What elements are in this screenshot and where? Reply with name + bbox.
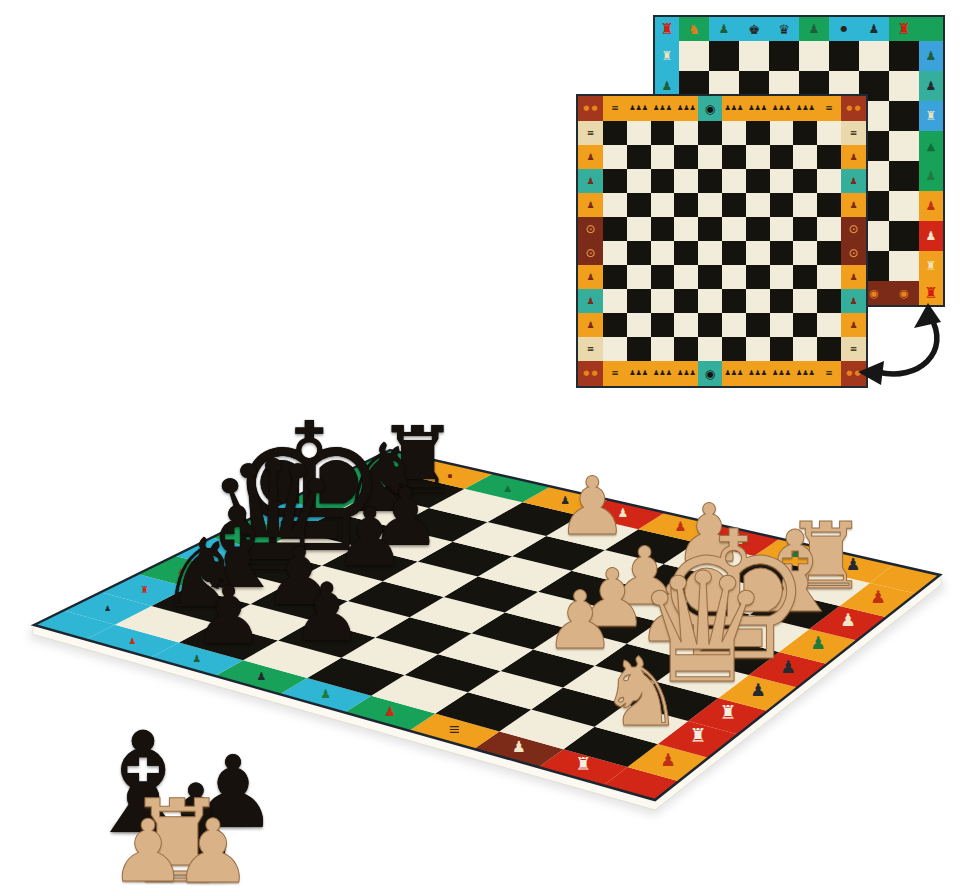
border-tile: ♟♟♟ [746,96,770,121]
fig-green-icon: ♟ [926,170,937,182]
fig-dark-icon: ♟ [104,604,111,613]
queen-icon: ♛ [778,23,790,36]
border-tile: ♟ [799,17,829,41]
dolls-icon: ♟♟♟ [748,105,767,112]
archer-icon: ♟ [809,23,820,35]
board-square [746,121,770,145]
dolls-icon: ♟♟♟ [796,370,815,377]
rider-icon: ♞ [688,23,700,36]
border-tile: ▲ [919,131,943,161]
spoon-icon: ⊙ [585,223,595,235]
label-icon: ≡ [611,104,619,113]
black-pawn-glyph: ♟ [193,578,265,652]
board-square [698,193,722,217]
doll-icon: ♟ [586,297,594,306]
board-square [746,145,770,169]
board-square [722,193,746,217]
border-tile: ♜ [919,101,943,131]
board-square [817,121,841,145]
eye-icon: ◉ [705,103,715,115]
board-square [770,121,794,145]
board-square [746,241,770,265]
board-square [674,121,698,145]
board-square [817,289,841,313]
board-square [603,313,627,337]
border-tile: ♞ [679,17,709,41]
spoon-icon: ⊙ [848,223,858,235]
board-square [722,145,746,169]
fig-red-icon: ♟ [870,587,886,607]
board-square [603,265,627,289]
wood-pawn-glyph: ♟ [174,812,253,890]
fig-dark-icon: ♟ [256,670,266,683]
border-tile: ≡ [817,361,841,386]
board-square [674,265,698,289]
board-square [746,313,770,337]
board-square [817,337,841,361]
black-pawn-e7[interactable]: ♟ [334,500,406,574]
board-square [817,241,841,265]
board-square [889,221,919,251]
board-square [698,337,722,361]
board-square [698,241,722,265]
board-square [746,337,770,361]
tower-icon: ♜ [926,110,937,122]
doll-icon: ♟ [849,177,857,186]
board-square [817,217,841,241]
black-pawn-glyph: ♟ [291,576,363,650]
board-square [770,193,794,217]
dolls-icon: ♟♟♟ [629,370,648,377]
border-tile: ♟♟♟ [793,96,817,121]
board-square [746,265,770,289]
board-square [829,41,859,71]
border-tile: ♟♟♟ [627,361,651,386]
border-tile: ⊙ [841,241,866,265]
border-tile: ♟ [841,265,866,289]
border-tile: ♛ [769,17,799,41]
border-tile: ♜ [655,17,679,41]
board-square [603,241,627,265]
product-photo: ♟♜♜♟♟♟♟♟♜♟♟♟≡♟♟♟♟♟♟♟♟▲♟▪♟♜♟♞♟♟♟♟ ♞♝♛♚♞♜♟… [0,0,960,890]
castle-icon: ♜ [897,22,910,37]
dolls-icon: ♟♟♟ [748,370,767,377]
border-tile: ♟♟♟ [722,96,746,121]
castle-icon: ♜ [140,584,149,595]
board-square [651,313,675,337]
board-square [889,251,919,281]
wood-pawn-tray[interactable]: ♟ [174,812,253,890]
dolls-icon: ♟♟♟ [796,105,815,112]
dolls-icon: ♟♟♟ [629,105,648,112]
board-square [889,41,919,71]
doll-icon: ♟ [586,177,594,186]
label-icon: ≡ [850,129,858,138]
border-tile: ♟ [919,41,943,71]
board-square [793,121,817,145]
border-tile: ≡ [841,121,866,145]
tower-icon: ♜ [662,50,673,62]
board-square [722,313,746,337]
eye-icon: ◉ [705,368,715,380]
board-square [603,289,627,313]
wood-knight-b1[interactable]: ♞ [599,649,684,736]
fig-dark-icon: ♟ [926,80,937,92]
board-square [793,241,817,265]
board-square [651,169,675,193]
doll-icon: ♟ [586,273,594,282]
border-tile: ≡ [603,96,627,121]
board-square [627,121,651,145]
border-tile: ♟♟♟ [770,96,794,121]
board-square [793,289,817,313]
fig-cream-icon: ♟ [512,738,526,756]
archer-icon: ♟ [926,50,937,62]
border-tile: ♚ [739,17,769,41]
board-square [859,41,889,71]
board-square [674,289,698,313]
board-square [793,193,817,217]
black-pawn-b6[interactable]: ♟ [291,576,363,650]
board-square [627,241,651,265]
board-square [889,71,919,101]
border-tile: ♜ [655,41,679,71]
board-square [889,101,919,131]
border-tile: ♟ [841,145,866,169]
board-square [770,289,794,313]
border-tile: ♜ [919,251,943,281]
border-tile: ♟♟♟ [793,361,817,386]
board-square [722,265,746,289]
border-tile: ♟♟♟ [674,361,698,386]
board-square [817,265,841,289]
ladder-icon: ≡ [448,721,460,737]
board-square [793,169,817,193]
dolls-icon: ♟♟♟ [724,370,743,377]
border-tile: ♟ [578,313,603,337]
border-tile: ≡ [578,121,603,145]
board-square [770,169,794,193]
dolls-icon: ♟♟♟ [772,370,791,377]
board-square [793,313,817,337]
board-square [770,337,794,361]
board-square [674,169,698,193]
board-square [722,289,746,313]
doll-icon: ♟ [849,153,857,162]
board-square [603,145,627,169]
board-square [627,217,651,241]
fig-green-icon: ♟ [320,687,331,701]
doll-icon: ♟ [586,153,594,162]
board-square [746,289,770,313]
border-tile: ♟ [578,265,603,289]
dots-icon: ● ● [846,105,860,112]
fig-red-icon: ♟ [384,704,396,719]
board-square [817,169,841,193]
board-square [627,337,651,361]
border-tile: ≡ [817,96,841,121]
board-square [770,265,794,289]
border-tile: ♟ [578,169,603,193]
board-square [799,41,829,71]
label-icon: ≡ [611,369,619,378]
board-square [698,121,722,145]
board-square [793,217,817,241]
border-tile: ⊙ [841,217,866,241]
border-tile: ♟♟♟ [651,361,675,386]
board-square [722,217,746,241]
board-square [769,41,799,71]
board-square [889,191,919,221]
dolls-icon: ♟♟♟ [677,105,696,112]
board-square [651,265,675,289]
spoon-icon: ⊙ [585,247,595,259]
tree-icon: ▲ [504,483,511,493]
board-square [770,145,794,169]
wood-knight-glyph: ♞ [599,649,684,736]
board-square [603,169,627,193]
board-square [674,313,698,337]
board-square [793,265,817,289]
bee-icon: ● [841,25,848,33]
board-square [698,265,722,289]
board-square [793,337,817,361]
board-square [651,217,675,241]
archer-icon: ♟ [719,23,730,35]
doll-icon: ♟ [586,321,594,330]
border-tile: ● [829,17,859,41]
fig-red-icon: ♟ [129,636,137,646]
castle-icon: ♜ [660,22,673,37]
board-square [817,193,841,217]
border-tile: ♟ [919,221,943,251]
castle-white-icon: ♜ [575,753,591,774]
board-square [603,121,627,145]
board-square [746,169,770,193]
board-square [651,193,675,217]
border-tile: ♟♟♟ [674,96,698,121]
board-square [889,161,919,191]
border-tile: ⊙ [578,241,603,265]
board-square [817,145,841,169]
border-tile: ♟ [841,169,866,193]
label-icon: ≡ [825,104,833,113]
king-icon: ♚ [748,23,760,36]
board-square [603,337,627,361]
dolls-icon: ♟♟♟ [677,370,696,377]
board-square [674,217,698,241]
border-tile: ♟♟♟ [746,361,770,386]
board-square [627,313,651,337]
board-square [651,337,675,361]
board-square [651,145,675,169]
board-square [698,145,722,169]
border-tile: ♟ [919,71,943,101]
fig-red-icon: ♟ [926,200,937,212]
border-tile: ♟♟♟ [627,96,651,121]
board-square [817,313,841,337]
dots-icon: ● ● [583,105,597,112]
border-tile: ● ● [578,361,603,386]
board-square [889,131,919,161]
board-square [674,145,698,169]
board-square [722,337,746,361]
board-square [770,217,794,241]
doll-icon: ♟ [849,201,857,210]
border-tile: ♟ [919,191,943,221]
border-tile: ♟♟♟ [722,361,746,386]
border-tile [919,17,943,41]
border-tile: ● ● [841,96,866,121]
board-square [627,193,651,217]
castle-white-icon: ♜ [690,724,707,746]
dolls-icon: ♟♟♟ [653,370,672,377]
board-square [793,145,817,169]
board-square [651,289,675,313]
board-square [698,169,722,193]
board-square [603,217,627,241]
border-tile: ♟ [859,17,889,41]
dolls-icon: ♟♟♟ [772,105,791,112]
board-square [746,193,770,217]
board-square [770,241,794,265]
board-square [603,193,627,217]
fig-dark-icon: ♟ [869,23,880,35]
label-icon: ≡ [587,345,595,354]
dolls-icon: ♟♟♟ [653,105,672,112]
flip-arrow-icon [840,290,960,395]
border-tile: ♟ [709,17,739,41]
dolls-icon: ♟♟♟ [724,105,743,112]
border-tile: ♟ [578,193,603,217]
board-square [674,241,698,265]
black-pawn-glyph: ♟ [334,500,406,574]
board-square [698,313,722,337]
label-icon: ≡ [587,129,595,138]
black-pawn-a7[interactable]: ♟ [193,578,265,652]
board-square [722,241,746,265]
border-tile: ◉ [698,361,722,386]
border-tile: ● ● [578,96,603,121]
border-tile: ⊙ [578,217,603,241]
border-tile: ♟ [578,289,603,313]
border-tile: ♜ [889,17,919,41]
dots-icon: ● ● [583,370,597,377]
board-square [651,241,675,265]
flat-board-draughts-side: ● ●≡♟♟♟♟♟♟♟♟♟◉♟♟♟♟♟♟♟♟♟♟♟♟≡● ●≡≡♟♟♟♟♟♟⊙⊙… [578,96,866,386]
border-tile: ♟ [919,161,943,191]
board-square [698,289,722,313]
board-square [746,217,770,241]
border-tile: ≡ [578,337,603,361]
board-square [679,41,709,71]
fig-cream-icon: ♟ [926,230,937,242]
board-square [627,145,651,169]
spoon-icon: ⊙ [848,247,858,259]
border-tile: ≡ [603,361,627,386]
archer-icon: ♟ [662,80,673,92]
board-square [627,265,651,289]
border-tile: ♟♟♟ [651,96,675,121]
border-tile: ♟ [578,145,603,169]
board-square [722,121,746,145]
tower-icon: ♜ [926,260,937,272]
border-tile: ♟ [841,193,866,217]
board-square [651,121,675,145]
board-square [722,169,746,193]
doll-icon: ♟ [849,273,857,282]
fig-red-icon: ♟ [660,750,676,770]
tree-icon: ▲ [927,141,935,152]
board-square [627,169,651,193]
board-square [709,41,739,71]
board-square [698,217,722,241]
board-square [674,337,698,361]
doll-icon: ♟ [586,201,594,210]
label-icon: ≡ [825,369,833,378]
board-square [770,313,794,337]
board-square [627,289,651,313]
board-square [674,193,698,217]
border-tile: ◉ [698,96,722,121]
border-tile: ♟♟♟ [770,361,794,386]
board-square [739,41,769,71]
